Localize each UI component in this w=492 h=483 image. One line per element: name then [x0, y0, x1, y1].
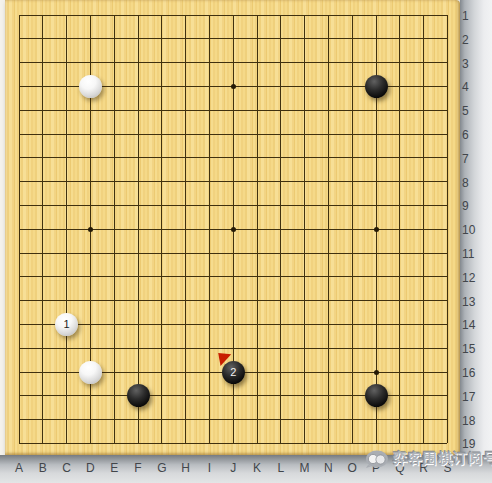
column-label: M: [295, 461, 315, 475]
star-point: [88, 227, 93, 232]
row-label: 2: [462, 33, 488, 47]
row-label: 12: [462, 271, 488, 285]
stone-black: 2: [222, 361, 245, 384]
column-label: A: [9, 461, 29, 475]
watermark-logo-icon: [365, 449, 389, 469]
row-label: 15: [462, 342, 488, 356]
go-board[interactable]: 12: [5, 0, 460, 455]
column-label: I: [199, 461, 219, 475]
column-label: B: [33, 461, 53, 475]
stone-white: [79, 75, 102, 98]
star-point: [231, 227, 236, 232]
row-label: 10: [462, 223, 488, 237]
column-label: H: [176, 461, 196, 475]
row-label: 18: [462, 414, 488, 428]
stone-black: [365, 384, 388, 407]
column-label: F: [128, 461, 148, 475]
column-label: J: [223, 461, 243, 475]
row-label: 14: [462, 318, 488, 332]
row-label: 5: [462, 104, 488, 118]
column-label: O: [342, 461, 362, 475]
frame: 12 弈客围棋订阅号 ABCDEFGHIJKLMNOPQRS1234567891…: [0, 0, 492, 483]
stone-white: 1: [55, 313, 78, 336]
stone-white: [79, 361, 102, 384]
column-label: G: [152, 461, 172, 475]
column-label: D: [80, 461, 100, 475]
row-label: 8: [462, 176, 488, 190]
row-label: 13: [462, 295, 488, 309]
move-number: 2: [222, 361, 245, 384]
row-label: 1: [462, 9, 488, 23]
stone-black: [365, 75, 388, 98]
row-label: 6: [462, 128, 488, 142]
star-point: [374, 370, 379, 375]
column-label: E: [104, 461, 124, 475]
watermark: 弈客围棋订阅号: [365, 448, 492, 470]
star-point: [374, 227, 379, 232]
column-label: L: [271, 461, 291, 475]
row-label: 16: [462, 366, 488, 380]
stone-black: [127, 384, 150, 407]
row-label: 4: [462, 80, 488, 94]
column-label: N: [318, 461, 338, 475]
row-label: 17: [462, 390, 488, 404]
move-number: 1: [55, 313, 78, 336]
row-label: 3: [462, 57, 488, 71]
star-point: [231, 84, 236, 89]
row-label: 11: [462, 247, 488, 261]
column-label: K: [247, 461, 267, 475]
watermark-text: 弈客围棋订阅号: [393, 450, 492, 468]
row-label: 7: [462, 152, 488, 166]
column-label: C: [57, 461, 77, 475]
row-label: 9: [462, 199, 488, 213]
